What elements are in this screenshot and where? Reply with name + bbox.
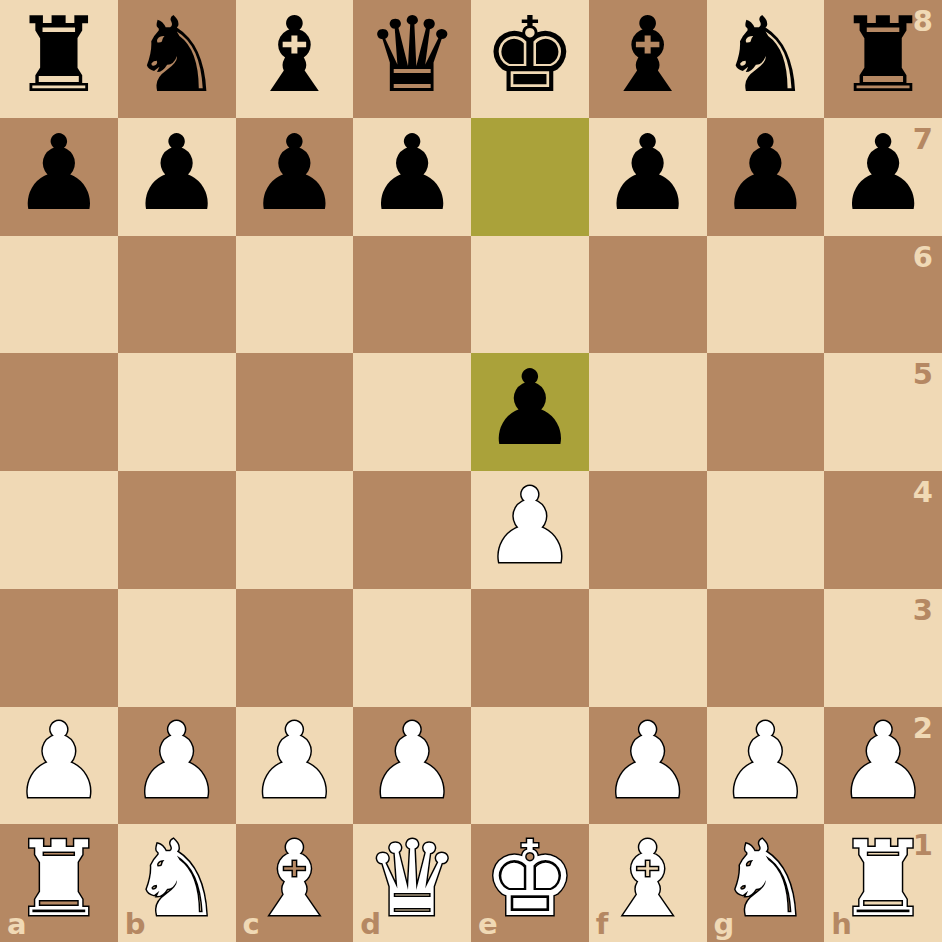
square-f7[interactable]: ♟ — [589, 118, 707, 236]
square-f2[interactable]: ♟ — [589, 707, 707, 825]
square-d1[interactable]: ♛d — [353, 824, 471, 942]
square-d6[interactable] — [353, 236, 471, 354]
square-b2[interactable]: ♟ — [118, 707, 236, 825]
rank-label-1: 1 — [913, 831, 933, 860]
white-knight[interactable]: ♞ — [130, 827, 223, 931]
square-b1[interactable]: ♞b — [118, 824, 236, 942]
square-g4[interactable] — [707, 471, 825, 589]
black-pawn[interactable]: ♟ — [366, 121, 459, 225]
square-e2[interactable] — [471, 707, 589, 825]
file-label-h: h — [831, 910, 852, 939]
square-c6[interactable] — [236, 236, 354, 354]
square-g1[interactable]: ♞g — [707, 824, 825, 942]
black-rook[interactable]: ♜ — [12, 3, 105, 107]
square-h5[interactable]: 5 — [824, 353, 942, 471]
square-c2[interactable]: ♟ — [236, 707, 354, 825]
square-g6[interactable] — [707, 236, 825, 354]
square-a8[interactable]: ♜ — [0, 0, 118, 118]
square-b7[interactable]: ♟ — [118, 118, 236, 236]
rank-label-6: 6 — [913, 243, 933, 272]
white-king[interactable]: ♚ — [483, 827, 576, 931]
file-label-g: g — [714, 910, 735, 939]
file-label-b: b — [125, 910, 146, 939]
file-label-e: e — [478, 910, 498, 939]
square-a3[interactable] — [0, 589, 118, 707]
square-b5[interactable] — [118, 353, 236, 471]
black-bishop[interactable]: ♝ — [601, 3, 694, 107]
black-pawn[interactable]: ♟ — [601, 121, 694, 225]
file-label-a: a — [7, 910, 27, 939]
square-d7[interactable]: ♟ — [353, 118, 471, 236]
square-a4[interactable] — [0, 471, 118, 589]
square-c7[interactable]: ♟ — [236, 118, 354, 236]
black-knight[interactable]: ♞ — [719, 3, 812, 107]
square-e7[interactable] — [471, 118, 589, 236]
square-c5[interactable] — [236, 353, 354, 471]
chess-board: ♜♞♝♛♚♝♞♜8♟♟♟♟♟♟♟76♟5♟43♟♟♟♟♟♟♟2♜a♞b♝c♛d♚… — [0, 0, 942, 942]
square-f5[interactable] — [589, 353, 707, 471]
black-knight[interactable]: ♞ — [130, 3, 223, 107]
square-a2[interactable]: ♟ — [0, 707, 118, 825]
black-pawn[interactable]: ♟ — [12, 121, 105, 225]
black-pawn[interactable]: ♟ — [130, 121, 223, 225]
white-pawn[interactable]: ♟ — [130, 709, 223, 813]
square-e4[interactable]: ♟ — [471, 471, 589, 589]
square-e6[interactable] — [471, 236, 589, 354]
square-b6[interactable] — [118, 236, 236, 354]
square-a1[interactable]: ♜a — [0, 824, 118, 942]
file-label-f: f — [596, 910, 609, 939]
white-pawn[interactable]: ♟ — [719, 709, 812, 813]
black-pawn[interactable]: ♟ — [483, 356, 576, 460]
file-label-c: c — [243, 910, 260, 939]
square-g3[interactable] — [707, 589, 825, 707]
square-c3[interactable] — [236, 589, 354, 707]
square-f8[interactable]: ♝ — [589, 0, 707, 118]
black-pawn[interactable]: ♟ — [719, 121, 812, 225]
black-pawn[interactable]: ♟ — [837, 121, 930, 225]
rank-label-5: 5 — [913, 360, 933, 389]
black-pawn[interactable]: ♟ — [248, 121, 341, 225]
white-pawn[interactable]: ♟ — [248, 709, 341, 813]
square-d5[interactable] — [353, 353, 471, 471]
white-rook[interactable]: ♜ — [837, 827, 930, 931]
black-king[interactable]: ♚ — [483, 3, 576, 107]
square-e5[interactable]: ♟ — [471, 353, 589, 471]
square-e8[interactable]: ♚ — [471, 0, 589, 118]
black-bishop[interactable]: ♝ — [248, 3, 341, 107]
white-pawn[interactable]: ♟ — [837, 709, 930, 813]
white-pawn[interactable]: ♟ — [12, 709, 105, 813]
black-rook[interactable]: ♜ — [837, 3, 930, 107]
square-h2[interactable]: ♟2 — [824, 707, 942, 825]
square-b8[interactable]: ♞ — [118, 0, 236, 118]
white-bishop[interactable]: ♝ — [248, 827, 341, 931]
square-g7[interactable]: ♟ — [707, 118, 825, 236]
square-f1[interactable]: ♝f — [589, 824, 707, 942]
square-h8[interactable]: ♜8 — [824, 0, 942, 118]
square-g2[interactable]: ♟ — [707, 707, 825, 825]
square-g8[interactable]: ♞ — [707, 0, 825, 118]
rank-label-3: 3 — [913, 596, 933, 625]
square-e1[interactable]: ♚e — [471, 824, 589, 942]
file-label-d: d — [360, 910, 381, 939]
square-a5[interactable] — [0, 353, 118, 471]
square-h7[interactable]: ♟7 — [824, 118, 942, 236]
white-rook[interactable]: ♜ — [12, 827, 105, 931]
rank-label-8: 8 — [913, 7, 933, 36]
rank-label-2: 2 — [913, 714, 933, 743]
square-h3[interactable]: 3 — [824, 589, 942, 707]
square-f3[interactable] — [589, 589, 707, 707]
square-f4[interactable] — [589, 471, 707, 589]
square-d3[interactable] — [353, 589, 471, 707]
square-a7[interactable]: ♟ — [0, 118, 118, 236]
white-bishop[interactable]: ♝ — [601, 827, 694, 931]
square-c8[interactable]: ♝ — [236, 0, 354, 118]
square-g5[interactable] — [707, 353, 825, 471]
square-c4[interactable] — [236, 471, 354, 589]
square-b4[interactable] — [118, 471, 236, 589]
white-pawn[interactable]: ♟ — [601, 709, 694, 813]
rank-label-7: 7 — [913, 125, 933, 154]
square-h6[interactable]: 6 — [824, 236, 942, 354]
white-pawn[interactable]: ♟ — [366, 709, 459, 813]
square-b3[interactable] — [118, 589, 236, 707]
black-queen[interactable]: ♛ — [366, 3, 459, 107]
white-queen[interactable]: ♛ — [366, 827, 459, 931]
square-e3[interactable] — [471, 589, 589, 707]
square-a6[interactable] — [0, 236, 118, 354]
square-d8[interactable]: ♛ — [353, 0, 471, 118]
rank-label-4: 4 — [913, 478, 933, 507]
square-h4[interactable]: 4 — [824, 471, 942, 589]
square-d4[interactable] — [353, 471, 471, 589]
square-f6[interactable] — [589, 236, 707, 354]
white-knight[interactable]: ♞ — [719, 827, 812, 931]
square-d2[interactable]: ♟ — [353, 707, 471, 825]
square-h1[interactable]: ♜1h — [824, 824, 942, 942]
square-c1[interactable]: ♝c — [236, 824, 354, 942]
white-pawn[interactable]: ♟ — [483, 474, 576, 578]
